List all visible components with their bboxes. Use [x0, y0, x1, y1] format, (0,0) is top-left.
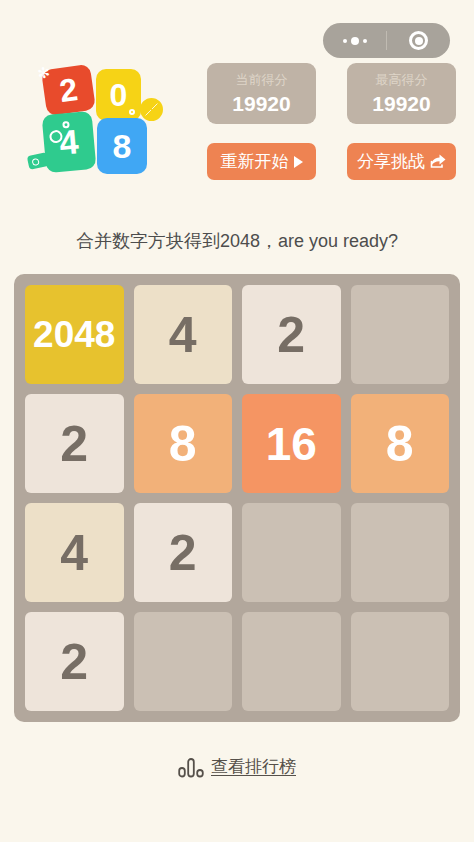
- wechat-capsule: [323, 23, 450, 58]
- board-grid[interactable]: 20484228168422: [14, 274, 460, 722]
- more-menu-button[interactable]: [323, 23, 386, 58]
- bubble-icon: [129, 109, 135, 115]
- best-score-box: 最高得分 19920: [347, 63, 456, 124]
- tile-2: 2: [25, 612, 124, 711]
- more-dots-icon: [343, 37, 367, 45]
- share-button[interactable]: 分享挑战: [347, 143, 456, 180]
- tile-8: 8: [351, 394, 450, 493]
- logo-tile-4: 4: [42, 111, 97, 173]
- empty-cell: [242, 612, 341, 711]
- flower-icon: ✻: [36, 63, 51, 83]
- share-arrow-icon: [430, 154, 446, 169]
- empty-cell: [242, 503, 341, 602]
- empty-cell: [351, 612, 450, 711]
- logo-tile-8: 8: [97, 118, 147, 174]
- game-logo: ✻ 2 0 4 8: [28, 58, 178, 188]
- tile-2: 2: [242, 285, 341, 384]
- play-icon: [294, 156, 303, 168]
- tile-2048: 2048: [25, 285, 124, 384]
- leaderboard-label: 查看排行榜: [211, 755, 296, 778]
- current-score-value: 19920: [232, 92, 290, 116]
- restart-label: 重新开始: [221, 150, 289, 173]
- tile-4: 4: [25, 503, 124, 602]
- exit-circle-icon: [409, 31, 428, 50]
- empty-cell: [351, 503, 450, 602]
- logo-tile-2: ✻ 2: [41, 64, 96, 116]
- tile-2: 2: [25, 394, 124, 493]
- bar-chart-icon: [178, 756, 204, 778]
- share-label: 分享挑战: [357, 150, 425, 173]
- best-score-label: 最高得分: [376, 71, 428, 89]
- app-screen: ✻ 2 0 4 8 当前得分 19920 最高得分 19920 重新开始 分享挑…: [0, 0, 474, 842]
- tile-4: 4: [134, 285, 233, 384]
- best-score-value: 19920: [372, 92, 430, 116]
- tile-16: 16: [242, 394, 341, 493]
- current-score-label: 当前得分: [236, 71, 288, 89]
- tagline: 合并数字方块得到2048，are you ready?: [0, 229, 474, 253]
- tile-8: 8: [134, 394, 233, 493]
- empty-cell: [134, 612, 233, 711]
- tile-2: 2: [134, 503, 233, 602]
- lemon-slice-icon: [140, 98, 163, 121]
- exit-miniprogram-button[interactable]: [387, 23, 450, 58]
- current-score-box: 当前得分 19920: [207, 63, 316, 124]
- empty-cell: [351, 285, 450, 384]
- logo-tile-0: 0: [96, 69, 141, 121]
- leaderboard-link[interactable]: 查看排行榜: [0, 755, 474, 778]
- restart-button[interactable]: 重新开始: [207, 143, 316, 180]
